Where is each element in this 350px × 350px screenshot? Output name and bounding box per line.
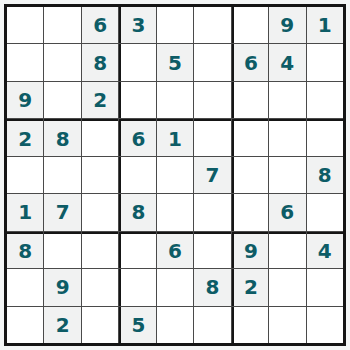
cell-r4c2[interactable]: 8 (44, 119, 80, 155)
cell-r8c2[interactable]: 9 (44, 269, 80, 305)
cell-r9c3[interactable] (82, 307, 118, 343)
cell-r4c4[interactable]: 6 (119, 119, 155, 155)
cell-r9c4[interactable]: 5 (119, 307, 155, 343)
cell-r8c1[interactable] (7, 269, 43, 305)
cell-r2c1[interactable] (7, 44, 43, 80)
cell-r8c3[interactable] (82, 269, 118, 305)
cell-r7c1[interactable]: 8 (7, 232, 43, 268)
cell-r6c1[interactable]: 1 (7, 194, 43, 230)
cell-r2c4[interactable] (119, 44, 155, 80)
cell-r1c3[interactable]: 6 (82, 7, 118, 43)
cell-r6c8[interactable]: 6 (269, 194, 305, 230)
sudoku-board: 63918564922861781786869498225 (4, 4, 346, 346)
cell-r1c6[interactable] (194, 7, 230, 43)
cell-r5c2[interactable] (44, 157, 80, 193)
cell-r1c4[interactable]: 3 (119, 7, 155, 43)
page: 63918564922861781786869498225 (0, 0, 350, 350)
cell-r3c2[interactable] (44, 82, 80, 118)
cell-r3c7[interactable] (232, 82, 268, 118)
cell-r4c9[interactable] (307, 119, 343, 155)
cell-r9c6[interactable] (194, 307, 230, 343)
cell-r6c4[interactable]: 8 (119, 194, 155, 230)
cell-r6c2[interactable]: 7 (44, 194, 80, 230)
cell-r7c3[interactable] (82, 232, 118, 268)
cell-r2c3[interactable]: 8 (82, 44, 118, 80)
cell-r6c9[interactable] (307, 194, 343, 230)
cell-r1c5[interactable] (157, 7, 193, 43)
cell-r3c5[interactable] (157, 82, 193, 118)
cell-r8c6[interactable]: 8 (194, 269, 230, 305)
cell-r7c9[interactable]: 4 (307, 232, 343, 268)
cell-r7c6[interactable] (194, 232, 230, 268)
cell-r1c7[interactable] (232, 7, 268, 43)
cell-r7c5[interactable]: 6 (157, 232, 193, 268)
cell-r5c9[interactable]: 8 (307, 157, 343, 193)
cell-r2c6[interactable] (194, 44, 230, 80)
cell-r7c7[interactable]: 9 (232, 232, 268, 268)
cell-r3c6[interactable] (194, 82, 230, 118)
cell-r9c5[interactable] (157, 307, 193, 343)
cell-r1c2[interactable] (44, 7, 80, 43)
cell-r5c1[interactable] (7, 157, 43, 193)
cell-r1c9[interactable]: 1 (307, 7, 343, 43)
cell-r4c6[interactable] (194, 119, 230, 155)
cell-r8c8[interactable] (269, 269, 305, 305)
cell-r5c7[interactable] (232, 157, 268, 193)
cell-r9c1[interactable] (7, 307, 43, 343)
cell-r6c3[interactable] (82, 194, 118, 230)
cell-r3c1[interactable]: 9 (7, 82, 43, 118)
cell-r9c2[interactable]: 2 (44, 307, 80, 343)
cell-r8c7[interactable]: 2 (232, 269, 268, 305)
cell-r6c5[interactable] (157, 194, 193, 230)
cell-r4c8[interactable] (269, 119, 305, 155)
cell-r9c7[interactable] (232, 307, 268, 343)
cell-r1c1[interactable] (7, 7, 43, 43)
cell-r2c2[interactable] (44, 44, 80, 80)
cell-r4c1[interactable]: 2 (7, 119, 43, 155)
cell-r3c4[interactable] (119, 82, 155, 118)
cell-r3c9[interactable] (307, 82, 343, 118)
cell-r3c8[interactable] (269, 82, 305, 118)
cell-r2c7[interactable]: 6 (232, 44, 268, 80)
cell-r9c9[interactable] (307, 307, 343, 343)
cell-r9c8[interactable] (269, 307, 305, 343)
cell-r8c9[interactable] (307, 269, 343, 305)
cell-r8c4[interactable] (119, 269, 155, 305)
cell-r3c3[interactable]: 2 (82, 82, 118, 118)
cell-r7c8[interactable] (269, 232, 305, 268)
cell-r7c4[interactable] (119, 232, 155, 268)
cell-r5c6[interactable]: 7 (194, 157, 230, 193)
cell-r8c5[interactable] (157, 269, 193, 305)
cell-r5c4[interactable] (119, 157, 155, 193)
cell-r4c3[interactable] (82, 119, 118, 155)
cell-r2c9[interactable] (307, 44, 343, 80)
cell-r1c8[interactable]: 9 (269, 7, 305, 43)
cell-r4c5[interactable]: 1 (157, 119, 193, 155)
cell-r6c6[interactable] (194, 194, 230, 230)
cell-r7c2[interactable] (44, 232, 80, 268)
cell-r5c8[interactable] (269, 157, 305, 193)
cell-r5c3[interactable] (82, 157, 118, 193)
cell-r2c5[interactable]: 5 (157, 44, 193, 80)
cell-r4c7[interactable] (232, 119, 268, 155)
cell-r6c7[interactable] (232, 194, 268, 230)
cell-r5c5[interactable] (157, 157, 193, 193)
cell-r2c8[interactable]: 4 (269, 44, 305, 80)
